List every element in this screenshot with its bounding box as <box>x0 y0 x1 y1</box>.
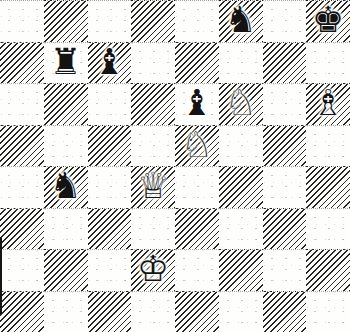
square-h5[interactable] <box>306 125 350 167</box>
square-c7[interactable]: ♝ <box>88 42 132 84</box>
black-bishop-c7[interactable]: ♝ <box>93 44 125 80</box>
square-c8[interactable] <box>88 0 132 42</box>
square-b6[interactable] <box>44 83 88 125</box>
square-g3[interactable] <box>263 208 307 250</box>
square-h1[interactable] <box>306 291 350 332</box>
square-c3[interactable] <box>88 208 132 250</box>
square-g6[interactable] <box>263 83 307 125</box>
square-a2[interactable] <box>0 249 44 291</box>
square-b7[interactable]: ♜ <box>44 42 88 84</box>
square-c6[interactable] <box>88 83 132 125</box>
square-c5[interactable] <box>88 125 132 167</box>
square-g7[interactable] <box>263 42 307 84</box>
square-h8[interactable]: ♚ <box>306 0 350 42</box>
square-d1[interactable] <box>131 291 175 332</box>
square-f3[interactable] <box>219 208 263 250</box>
square-b2[interactable] <box>44 249 88 291</box>
square-c1[interactable] <box>88 291 132 332</box>
square-f2[interactable] <box>219 249 263 291</box>
square-g2[interactable] <box>263 249 307 291</box>
square-c2[interactable] <box>88 249 132 291</box>
black-knight-b4[interactable]: ♞ <box>49 168 81 204</box>
square-d7[interactable] <box>131 42 175 84</box>
white-king-d2[interactable]: ♔ <box>137 251 169 287</box>
square-e8[interactable] <box>175 0 219 42</box>
square-e1[interactable] <box>175 291 219 332</box>
white-queen-d4[interactable]: ♕ <box>137 168 169 204</box>
square-g8[interactable] <box>263 0 307 42</box>
square-f8[interactable]: ♞ <box>219 0 263 42</box>
square-h7[interactable] <box>306 42 350 84</box>
square-a3[interactable] <box>0 208 44 250</box>
square-a8[interactable] <box>0 0 44 42</box>
square-h4[interactable] <box>306 166 350 208</box>
square-e5[interactable]: ♘ <box>175 125 219 167</box>
black-king-h8[interactable]: ♚ <box>312 2 344 38</box>
square-e4[interactable] <box>175 166 219 208</box>
square-b8[interactable] <box>44 0 88 42</box>
white-knight-e5[interactable]: ♘ <box>181 127 213 163</box>
black-knight-f8[interactable]: ♞ <box>224 2 256 38</box>
square-d3[interactable] <box>131 208 175 250</box>
square-b3[interactable] <box>44 208 88 250</box>
square-e6[interactable]: ♝ <box>175 83 219 125</box>
square-d2[interactable]: ♔ <box>131 249 175 291</box>
square-e3[interactable] <box>175 208 219 250</box>
square-b4[interactable]: ♞ <box>44 166 88 208</box>
square-g4[interactable] <box>263 166 307 208</box>
square-a6[interactable] <box>0 83 44 125</box>
square-a5[interactable] <box>0 125 44 167</box>
chess-board: ♞♚♜♝♝♘♗♘♞♕♔ <box>0 0 350 332</box>
square-h6[interactable]: ♗ <box>306 83 350 125</box>
square-f6[interactable]: ♘ <box>219 83 263 125</box>
square-h2[interactable] <box>306 249 350 291</box>
square-b5[interactable] <box>44 125 88 167</box>
square-e7[interactable] <box>175 42 219 84</box>
white-bishop-h6[interactable]: ♗ <box>312 85 344 121</box>
square-d4[interactable]: ♕ <box>131 166 175 208</box>
square-a4[interactable] <box>0 166 44 208</box>
square-d8[interactable] <box>131 0 175 42</box>
square-g5[interactable] <box>263 125 307 167</box>
square-b1[interactable] <box>44 291 88 332</box>
square-a7[interactable] <box>0 42 44 84</box>
square-g1[interactable] <box>263 291 307 332</box>
square-f4[interactable] <box>219 166 263 208</box>
white-knight-f6[interactable]: ♘ <box>224 85 256 121</box>
black-rook-b7[interactable]: ♜ <box>49 44 81 80</box>
square-f7[interactable] <box>219 42 263 84</box>
square-d6[interactable] <box>131 83 175 125</box>
square-c4[interactable] <box>88 166 132 208</box>
square-e2[interactable] <box>175 249 219 291</box>
black-bishop-e6[interactable]: ♝ <box>181 85 213 121</box>
left-edge-ink-mark <box>0 238 2 314</box>
square-h3[interactable] <box>306 208 350 250</box>
square-f5[interactable] <box>219 125 263 167</box>
square-d5[interactable] <box>131 125 175 167</box>
square-a1[interactable] <box>0 291 44 332</box>
chess-diagram: ♞♚♜♝♝♘♗♘♞♕♔ <box>0 0 350 332</box>
square-f1[interactable] <box>219 291 263 332</box>
